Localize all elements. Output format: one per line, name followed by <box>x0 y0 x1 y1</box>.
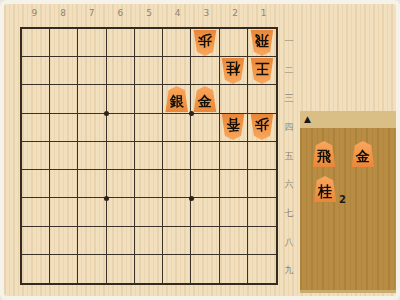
square-1二[interactable]: 王 <box>248 57 276 85</box>
square-5一[interactable] <box>135 29 163 57</box>
rank-label-4: 四 <box>282 113 296 142</box>
square-3四[interactable] <box>191 114 219 142</box>
square-8四[interactable] <box>50 114 78 142</box>
square-5四[interactable] <box>135 114 163 142</box>
square-7八[interactable] <box>78 227 106 255</box>
hand-金[interactable]: 金 <box>351 141 375 167</box>
hand-slot-飛[interactable]: 飛 <box>312 141 336 167</box>
square-6三[interactable] <box>107 85 135 113</box>
hand-飛[interactable]: 飛 <box>312 141 336 167</box>
square-9二[interactable] <box>22 57 50 85</box>
hand-slot-金[interactable]: 金 <box>351 141 375 167</box>
square-3一[interactable]: 歩 <box>191 29 219 57</box>
square-2七[interactable] <box>220 198 248 226</box>
square-8九[interactable] <box>50 255 78 283</box>
square-3七[interactable] <box>191 198 219 226</box>
square-6四[interactable] <box>107 114 135 142</box>
gote-桂-2二[interactable]: 桂 <box>221 58 245 84</box>
square-5六[interactable] <box>135 170 163 198</box>
gote-歩-1四[interactable]: 歩 <box>250 114 274 140</box>
square-9八[interactable] <box>22 227 50 255</box>
square-2九[interactable] <box>220 255 248 283</box>
screenshot-stage: 987654321 一二三四五六七八九 歩飛桂王銀金香歩 ▲ 飛金桂2 <box>0 0 400 300</box>
square-4六[interactable] <box>163 170 191 198</box>
square-9三[interactable] <box>22 85 50 113</box>
square-5三[interactable] <box>135 85 163 113</box>
square-3二[interactable] <box>191 57 219 85</box>
square-4九[interactable] <box>163 255 191 283</box>
square-4二[interactable] <box>163 57 191 85</box>
rank-label-5: 五 <box>282 142 296 171</box>
square-8一[interactable] <box>50 29 78 57</box>
square-1一[interactable]: 飛 <box>248 29 276 57</box>
file-label-3: 3 <box>192 7 221 19</box>
piece-stand-header: ▲ <box>300 111 396 128</box>
rank-label-2: 二 <box>282 56 296 85</box>
rank-label-3: 三 <box>282 84 296 113</box>
square-5七[interactable] <box>135 198 163 226</box>
piece-kanji: 銀 <box>170 94 184 108</box>
square-7五[interactable] <box>78 142 106 170</box>
rank-label-6: 六 <box>282 170 296 199</box>
piece-kanji: 歩 <box>255 118 269 132</box>
square-7二[interactable] <box>78 57 106 85</box>
rank-label-7: 七 <box>282 199 296 228</box>
square-9一[interactable] <box>22 29 50 57</box>
square-2二[interactable]: 桂 <box>220 57 248 85</box>
piece-kanji: 飛 <box>317 149 331 163</box>
square-2五[interactable] <box>220 142 248 170</box>
square-6六[interactable] <box>107 170 135 198</box>
square-6二[interactable] <box>107 57 135 85</box>
square-9九[interactable] <box>22 255 50 283</box>
file-label-5: 5 <box>135 7 164 19</box>
gote-香-2四[interactable]: 香 <box>221 114 245 140</box>
gote-飛-1一[interactable]: 飛 <box>250 30 274 56</box>
square-6八[interactable] <box>107 227 135 255</box>
square-4四[interactable] <box>163 114 191 142</box>
square-7一[interactable] <box>78 29 106 57</box>
hand-count-桂: 2 <box>339 194 346 205</box>
sente-marker-icon: ▲ <box>304 115 311 124</box>
square-8五[interactable] <box>50 142 78 170</box>
square-1八[interactable] <box>248 227 276 255</box>
file-label-8: 8 <box>49 7 78 19</box>
square-2四[interactable]: 香 <box>220 114 248 142</box>
star-point <box>189 196 194 201</box>
square-3五[interactable] <box>191 142 219 170</box>
square-2八[interactable] <box>220 227 248 255</box>
file-label-4: 4 <box>163 7 192 19</box>
piece-kanji: 金 <box>198 94 212 108</box>
file-label-1: 1 <box>249 7 278 19</box>
square-6五[interactable] <box>107 142 135 170</box>
file-labels: 987654321 <box>20 7 278 19</box>
rank-label-9: 九 <box>282 256 296 285</box>
square-8八[interactable] <box>50 227 78 255</box>
sente-銀-4三[interactable]: 銀 <box>165 86 189 112</box>
square-3六[interactable] <box>191 170 219 198</box>
star-point <box>189 111 194 116</box>
square-9七[interactable] <box>22 198 50 226</box>
square-1五[interactable] <box>248 142 276 170</box>
piece-kanji: 歩 <box>198 34 212 48</box>
star-point <box>104 196 109 201</box>
square-8六[interactable] <box>50 170 78 198</box>
square-9六[interactable] <box>22 170 50 198</box>
hand-桂[interactable]: 桂 <box>313 176 337 202</box>
square-3八[interactable] <box>191 227 219 255</box>
piece-kanji: 桂 <box>318 184 332 198</box>
rank-label-8: 八 <box>282 228 296 257</box>
star-point <box>104 111 109 116</box>
square-8二[interactable] <box>50 57 78 85</box>
square-6一[interactable] <box>107 29 135 57</box>
square-1九[interactable] <box>248 255 276 283</box>
square-5九[interactable] <box>135 255 163 283</box>
gote-王-1二[interactable]: 王 <box>250 58 274 84</box>
square-2六[interactable] <box>220 170 248 198</box>
square-8三[interactable] <box>50 85 78 113</box>
file-label-7: 7 <box>77 7 106 19</box>
square-4一[interactable] <box>163 29 191 57</box>
rank-labels: 一二三四五六七八九 <box>282 27 296 285</box>
square-3九[interactable] <box>191 255 219 283</box>
file-label-6: 6 <box>106 7 135 19</box>
square-4五[interactable] <box>163 142 191 170</box>
square-1七[interactable] <box>248 198 276 226</box>
square-4三[interactable]: 銀 <box>163 85 191 113</box>
square-4八[interactable] <box>163 227 191 255</box>
piece-kanji: 王 <box>255 62 269 76</box>
square-7七[interactable] <box>78 198 106 226</box>
square-7四[interactable] <box>78 114 106 142</box>
square-7六[interactable] <box>78 170 106 198</box>
shogi-board[interactable]: 歩飛桂王銀金香歩 <box>20 27 278 285</box>
square-6七[interactable] <box>107 198 135 226</box>
file-label-9: 9 <box>20 7 49 19</box>
piece-kanji: 香 <box>226 118 240 132</box>
square-2一[interactable] <box>220 29 248 57</box>
hand-slot-桂[interactable]: 桂 <box>313 176 337 202</box>
sente-piece-stand: ▲ 飛金桂2 <box>300 111 396 293</box>
square-1三[interactable] <box>248 85 276 113</box>
square-3三[interactable]: 金 <box>191 85 219 113</box>
piece-kanji: 桂 <box>226 62 240 76</box>
square-6九[interactable] <box>107 255 135 283</box>
square-5五[interactable] <box>135 142 163 170</box>
square-5八[interactable] <box>135 227 163 255</box>
piece-kanji: 金 <box>356 149 370 163</box>
gote-歩-3一[interactable]: 歩 <box>193 30 217 56</box>
square-4七[interactable] <box>163 198 191 226</box>
piece-kanji: 飛 <box>255 34 269 48</box>
square-2三[interactable] <box>220 85 248 113</box>
rank-label-1: 一 <box>282 27 296 56</box>
square-7三[interactable] <box>78 85 106 113</box>
square-1四[interactable]: 歩 <box>248 114 276 142</box>
file-label-2: 2 <box>221 7 250 19</box>
square-9五[interactable] <box>22 142 50 170</box>
square-8七[interactable] <box>50 198 78 226</box>
square-1六[interactable] <box>248 170 276 198</box>
square-5二[interactable] <box>135 57 163 85</box>
sente-金-3三[interactable]: 金 <box>193 86 217 112</box>
square-7九[interactable] <box>78 255 106 283</box>
square-9四[interactable] <box>22 114 50 142</box>
